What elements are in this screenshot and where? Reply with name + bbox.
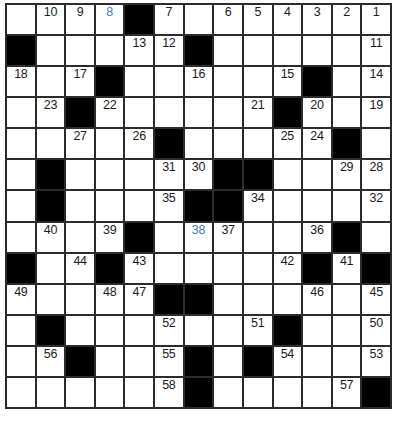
block-r9c11 xyxy=(303,254,331,283)
cell-r6c3[interactable] xyxy=(66,160,94,189)
clue-number-7: 7 xyxy=(166,5,173,19)
cell-r2c2[interactable] xyxy=(37,36,65,65)
clue-number-29: 29 xyxy=(340,160,353,174)
cell-r12c11[interactable] xyxy=(303,347,331,376)
cell-r1c13[interactable]: 1 xyxy=(362,5,390,34)
clue-number-27: 27 xyxy=(73,129,86,143)
clue-number-12: 12 xyxy=(162,36,175,50)
cell-r6c4[interactable] xyxy=(96,160,124,189)
clue-number-50: 50 xyxy=(370,316,383,330)
cell-r3c3[interactable]: 17 xyxy=(66,67,94,96)
cell-r13c3[interactable] xyxy=(66,378,94,407)
clue-number-26: 26 xyxy=(133,129,146,143)
clue-number-15: 15 xyxy=(281,67,294,81)
clue-number-28: 28 xyxy=(370,160,383,174)
cell-r11c11[interactable] xyxy=(303,316,331,345)
clue-number-46: 46 xyxy=(310,285,323,299)
clue-number-48: 48 xyxy=(103,285,116,299)
cell-r1c8[interactable]: 6 xyxy=(214,5,242,34)
cell-r5c1[interactable] xyxy=(7,129,35,158)
cell-r3c1[interactable]: 18 xyxy=(7,67,35,96)
cell-r12c8[interactable] xyxy=(214,347,242,376)
cell-r4c6[interactable] xyxy=(155,98,183,127)
cell-r10c3[interactable] xyxy=(66,285,94,314)
cell-r11c9[interactable]: 51 xyxy=(244,316,272,345)
cell-r10c9[interactable] xyxy=(244,285,272,314)
clue-number-58: 58 xyxy=(162,378,175,392)
cell-r6c12[interactable]: 29 xyxy=(333,160,361,189)
cell-r12c6[interactable]: 55 xyxy=(155,347,183,376)
cell-r11c12[interactable] xyxy=(333,316,361,345)
block-r6c8 xyxy=(214,160,242,189)
clue-number-30: 30 xyxy=(192,160,205,174)
cell-r5c9[interactable] xyxy=(244,129,272,158)
cell-r7c1[interactable] xyxy=(7,191,35,220)
cell-r7c9[interactable]: 34 xyxy=(244,191,272,220)
clue-number-43: 43 xyxy=(133,254,146,268)
cell-r2c12[interactable] xyxy=(333,36,361,65)
block-r5c12 xyxy=(333,129,361,158)
block-r8c5 xyxy=(125,223,153,252)
cell-r11c6[interactable]: 52 xyxy=(155,316,183,345)
clue-number-45: 45 xyxy=(370,285,383,299)
cell-r7c3[interactable] xyxy=(66,191,94,220)
cell-r13c10[interactable] xyxy=(274,378,302,407)
clue-number-55: 55 xyxy=(162,347,175,361)
clue-number-24: 24 xyxy=(310,129,323,143)
clue-number-37: 37 xyxy=(221,223,234,237)
cell-r13c12[interactable]: 57 xyxy=(333,378,361,407)
clue-number-1: 1 xyxy=(373,5,380,19)
cell-r5c3[interactable]: 27 xyxy=(66,129,94,158)
clue-number-35: 35 xyxy=(162,191,175,205)
cell-r8c7[interactable]: 38 xyxy=(185,223,213,252)
cell-r4c12[interactable] xyxy=(333,98,361,127)
cell-r6c7[interactable]: 30 xyxy=(185,160,213,189)
cell-r12c4[interactable] xyxy=(96,347,124,376)
cell-r1c10[interactable]: 4 xyxy=(274,5,302,34)
cell-r4c9[interactable]: 21 xyxy=(244,98,272,127)
block-r7c8 xyxy=(214,191,242,220)
block-r7c7 xyxy=(185,191,213,220)
cell-r12c2[interactable]: 56 xyxy=(37,347,65,376)
cell-r10c11[interactable]: 46 xyxy=(303,285,331,314)
cell-r4c7[interactable] xyxy=(185,98,213,127)
clue-number-42: 42 xyxy=(281,254,294,268)
cell-r3c2[interactable] xyxy=(37,67,65,96)
cell-r7c13[interactable]: 32 xyxy=(362,191,390,220)
clue-number-5: 5 xyxy=(254,5,261,19)
clue-number-54: 54 xyxy=(281,347,294,361)
clue-number-18: 18 xyxy=(14,67,27,81)
cell-r8c8[interactable]: 37 xyxy=(214,223,242,252)
cell-r4c2[interactable]: 23 xyxy=(37,98,65,127)
cell-r7c5[interactable] xyxy=(125,191,153,220)
block-r11c2 xyxy=(37,316,65,345)
cell-r3c8[interactable] xyxy=(214,67,242,96)
cell-r6c11[interactable] xyxy=(303,160,331,189)
clue-number-11: 11 xyxy=(370,36,382,50)
clue-number-38: 38 xyxy=(192,223,205,237)
cell-r2c10[interactable] xyxy=(274,36,302,65)
cell-r12c13[interactable]: 53 xyxy=(362,347,390,376)
cell-r11c5[interactable] xyxy=(125,316,153,345)
cell-r10c8[interactable] xyxy=(214,285,242,314)
cell-r8c6[interactable] xyxy=(155,223,183,252)
clue-number-52: 52 xyxy=(162,316,175,330)
cell-r1c6[interactable]: 7 xyxy=(155,5,183,34)
clue-number-22: 22 xyxy=(103,98,116,112)
clue-number-21: 21 xyxy=(251,98,264,112)
cell-r11c7[interactable] xyxy=(185,316,213,345)
cell-r1c11[interactable]: 3 xyxy=(303,5,331,34)
cell-r1c2[interactable]: 10 xyxy=(37,5,65,34)
clue-number-34: 34 xyxy=(251,191,264,205)
clue-number-2: 2 xyxy=(343,5,350,19)
cell-r9c12[interactable]: 41 xyxy=(333,254,361,283)
cell-r4c11[interactable]: 20 xyxy=(303,98,331,127)
cell-r1c4[interactable]: 8 xyxy=(96,5,124,34)
cell-r1c12[interactable]: 2 xyxy=(333,5,361,34)
cell-r2c9[interactable] xyxy=(244,36,272,65)
cell-r7c6[interactable]: 35 xyxy=(155,191,183,220)
clue-number-4: 4 xyxy=(284,5,291,19)
block-r12c3 xyxy=(66,347,94,376)
clue-number-17: 17 xyxy=(73,67,86,81)
cell-r12c5[interactable] xyxy=(125,347,153,376)
cell-r6c13[interactable]: 28 xyxy=(362,160,390,189)
cell-r12c1[interactable] xyxy=(7,347,35,376)
cell-r4c8[interactable] xyxy=(214,98,242,127)
cell-r8c2[interactable]: 40 xyxy=(37,223,65,252)
clue-number-32: 32 xyxy=(370,191,383,205)
clue-number-40: 40 xyxy=(44,223,57,237)
block-r5c6 xyxy=(155,129,183,158)
cell-r1c1[interactable] xyxy=(7,5,35,34)
cell-r2c4[interactable] xyxy=(96,36,124,65)
clue-number-31: 31 xyxy=(162,160,175,174)
cell-r1c7[interactable] xyxy=(185,5,213,34)
cell-r5c8[interactable] xyxy=(214,129,242,158)
cell-r12c10[interactable]: 54 xyxy=(274,347,302,376)
cell-r9c6[interactable] xyxy=(155,254,183,283)
cell-r13c9[interactable] xyxy=(244,378,272,407)
crossword-grid: 1098765432113121118171615142322212019272… xyxy=(5,3,392,409)
cell-r8c13[interactable] xyxy=(362,223,390,252)
cell-r2c5[interactable]: 13 xyxy=(125,36,153,65)
block-r11c10 xyxy=(274,316,302,345)
cell-r10c2[interactable] xyxy=(37,285,65,314)
block-r3c11 xyxy=(303,67,331,96)
cell-r9c9[interactable] xyxy=(244,254,272,283)
cell-r5c7[interactable] xyxy=(185,129,213,158)
block-r6c2 xyxy=(37,160,65,189)
cell-r8c11[interactable]: 36 xyxy=(303,223,331,252)
clue-number-13: 13 xyxy=(133,36,146,50)
cell-r7c12[interactable] xyxy=(333,191,361,220)
clue-number-56: 56 xyxy=(44,347,57,361)
clue-number-57: 57 xyxy=(340,378,353,392)
cell-r9c2[interactable] xyxy=(37,254,65,283)
cell-r2c6[interactable]: 12 xyxy=(155,36,183,65)
clue-number-16: 16 xyxy=(192,67,205,81)
clue-number-25: 25 xyxy=(281,129,294,143)
cell-r8c9[interactable] xyxy=(244,223,272,252)
cell-r12c12[interactable] xyxy=(333,347,361,376)
cell-r13c8[interactable] xyxy=(214,378,242,407)
clue-number-6: 6 xyxy=(225,5,232,19)
block-r13c7 xyxy=(185,378,213,407)
clue-number-9: 9 xyxy=(77,5,84,19)
cell-r6c10[interactable] xyxy=(274,160,302,189)
cell-r4c5[interactable] xyxy=(125,98,153,127)
cell-r11c4[interactable] xyxy=(96,316,124,345)
block-r10c6 xyxy=(155,285,183,314)
block-r7c2 xyxy=(37,191,65,220)
cell-r11c8[interactable] xyxy=(214,316,242,345)
block-r9c4 xyxy=(96,254,124,283)
cell-r13c1[interactable] xyxy=(7,378,35,407)
clue-number-14: 14 xyxy=(370,67,383,81)
cell-r9c10[interactable]: 42 xyxy=(274,254,302,283)
clue-number-51: 51 xyxy=(251,316,264,330)
cell-r1c9[interactable]: 5 xyxy=(244,5,272,34)
cell-r10c13[interactable]: 45 xyxy=(362,285,390,314)
cell-r13c2[interactable] xyxy=(37,378,65,407)
cell-r9c5[interactable]: 43 xyxy=(125,254,153,283)
clue-number-41: 41 xyxy=(340,254,353,268)
cell-r10c4[interactable]: 48 xyxy=(96,285,124,314)
cell-r6c6[interactable]: 31 xyxy=(155,160,183,189)
cell-r9c7[interactable] xyxy=(185,254,213,283)
clue-number-39: 39 xyxy=(103,223,116,237)
cell-r3c7[interactable]: 16 xyxy=(185,67,213,96)
cell-r5c10[interactable]: 25 xyxy=(274,129,302,158)
clue-number-20: 20 xyxy=(310,98,323,112)
cell-r3c13[interactable]: 14 xyxy=(362,67,390,96)
block-r2c1 xyxy=(7,36,35,65)
cell-r1c3[interactable]: 9 xyxy=(66,5,94,34)
cell-r2c13[interactable]: 11 xyxy=(362,36,390,65)
cell-r7c4[interactable] xyxy=(96,191,124,220)
block-r4c3 xyxy=(66,98,94,127)
cell-r3c9[interactable] xyxy=(244,67,272,96)
cell-r7c11[interactable] xyxy=(303,191,331,220)
cell-r6c5[interactable] xyxy=(125,160,153,189)
cell-r3c5[interactable] xyxy=(125,67,153,96)
block-r6c9 xyxy=(244,160,272,189)
cell-r11c3[interactable] xyxy=(66,316,94,345)
cell-r10c5[interactable]: 47 xyxy=(125,285,153,314)
cell-r11c1[interactable] xyxy=(7,316,35,345)
cell-r2c11[interactable] xyxy=(303,36,331,65)
cell-r4c1[interactable] xyxy=(7,98,35,127)
block-r8c12 xyxy=(333,223,361,252)
cell-r8c4[interactable]: 39 xyxy=(96,223,124,252)
cell-r8c3[interactable] xyxy=(66,223,94,252)
cell-r10c10[interactable] xyxy=(274,285,302,314)
cell-r5c11[interactable]: 24 xyxy=(303,129,331,158)
cell-r3c10[interactable]: 15 xyxy=(274,67,302,96)
cell-r13c6[interactable]: 58 xyxy=(155,378,183,407)
cell-r4c13[interactable]: 19 xyxy=(362,98,390,127)
cell-r13c4[interactable] xyxy=(96,378,124,407)
clue-number-49: 49 xyxy=(14,285,27,299)
block-r3c4 xyxy=(96,67,124,96)
cell-r5c2[interactable] xyxy=(37,129,65,158)
cell-r8c1[interactable] xyxy=(7,223,35,252)
cell-r2c3[interactable] xyxy=(66,36,94,65)
clue-number-8: 8 xyxy=(106,5,113,19)
cell-r10c12[interactable] xyxy=(333,285,361,314)
cell-r5c5[interactable]: 26 xyxy=(125,129,153,158)
block-r1c5 xyxy=(125,5,153,34)
cell-r7c10[interactable] xyxy=(274,191,302,220)
cell-r5c13[interactable] xyxy=(362,129,390,158)
clue-number-3: 3 xyxy=(314,5,321,19)
cell-r8c10[interactable] xyxy=(274,223,302,252)
cell-r10c1[interactable]: 49 xyxy=(7,285,35,314)
cell-r9c8[interactable] xyxy=(214,254,242,283)
cell-r13c5[interactable] xyxy=(125,378,153,407)
cell-r11c13[interactable]: 50 xyxy=(362,316,390,345)
cell-r13c11[interactable] xyxy=(303,378,331,407)
clue-number-10: 10 xyxy=(44,5,57,19)
block-r2c7 xyxy=(185,36,213,65)
block-r13c13 xyxy=(362,378,390,407)
clue-number-19: 19 xyxy=(370,98,383,112)
block-r4c10 xyxy=(274,98,302,127)
cell-r3c12[interactable] xyxy=(333,67,361,96)
clue-number-47: 47 xyxy=(133,285,146,299)
block-r9c13 xyxy=(362,254,390,283)
block-r12c7 xyxy=(185,347,213,376)
block-r10c7 xyxy=(185,285,213,314)
block-r12c9 xyxy=(244,347,272,376)
cell-r5c4[interactable] xyxy=(96,129,124,158)
clue-number-53: 53 xyxy=(370,347,383,361)
cell-r6c1[interactable] xyxy=(7,160,35,189)
clue-number-23: 23 xyxy=(44,98,57,112)
clue-number-36: 36 xyxy=(310,223,323,237)
cell-r9c3[interactable]: 44 xyxy=(66,254,94,283)
cell-r3c6[interactable] xyxy=(155,67,183,96)
block-r9c1 xyxy=(7,254,35,283)
cell-r2c8[interactable] xyxy=(214,36,242,65)
clue-number-44: 44 xyxy=(73,254,86,268)
cell-r4c4[interactable]: 22 xyxy=(96,98,124,127)
